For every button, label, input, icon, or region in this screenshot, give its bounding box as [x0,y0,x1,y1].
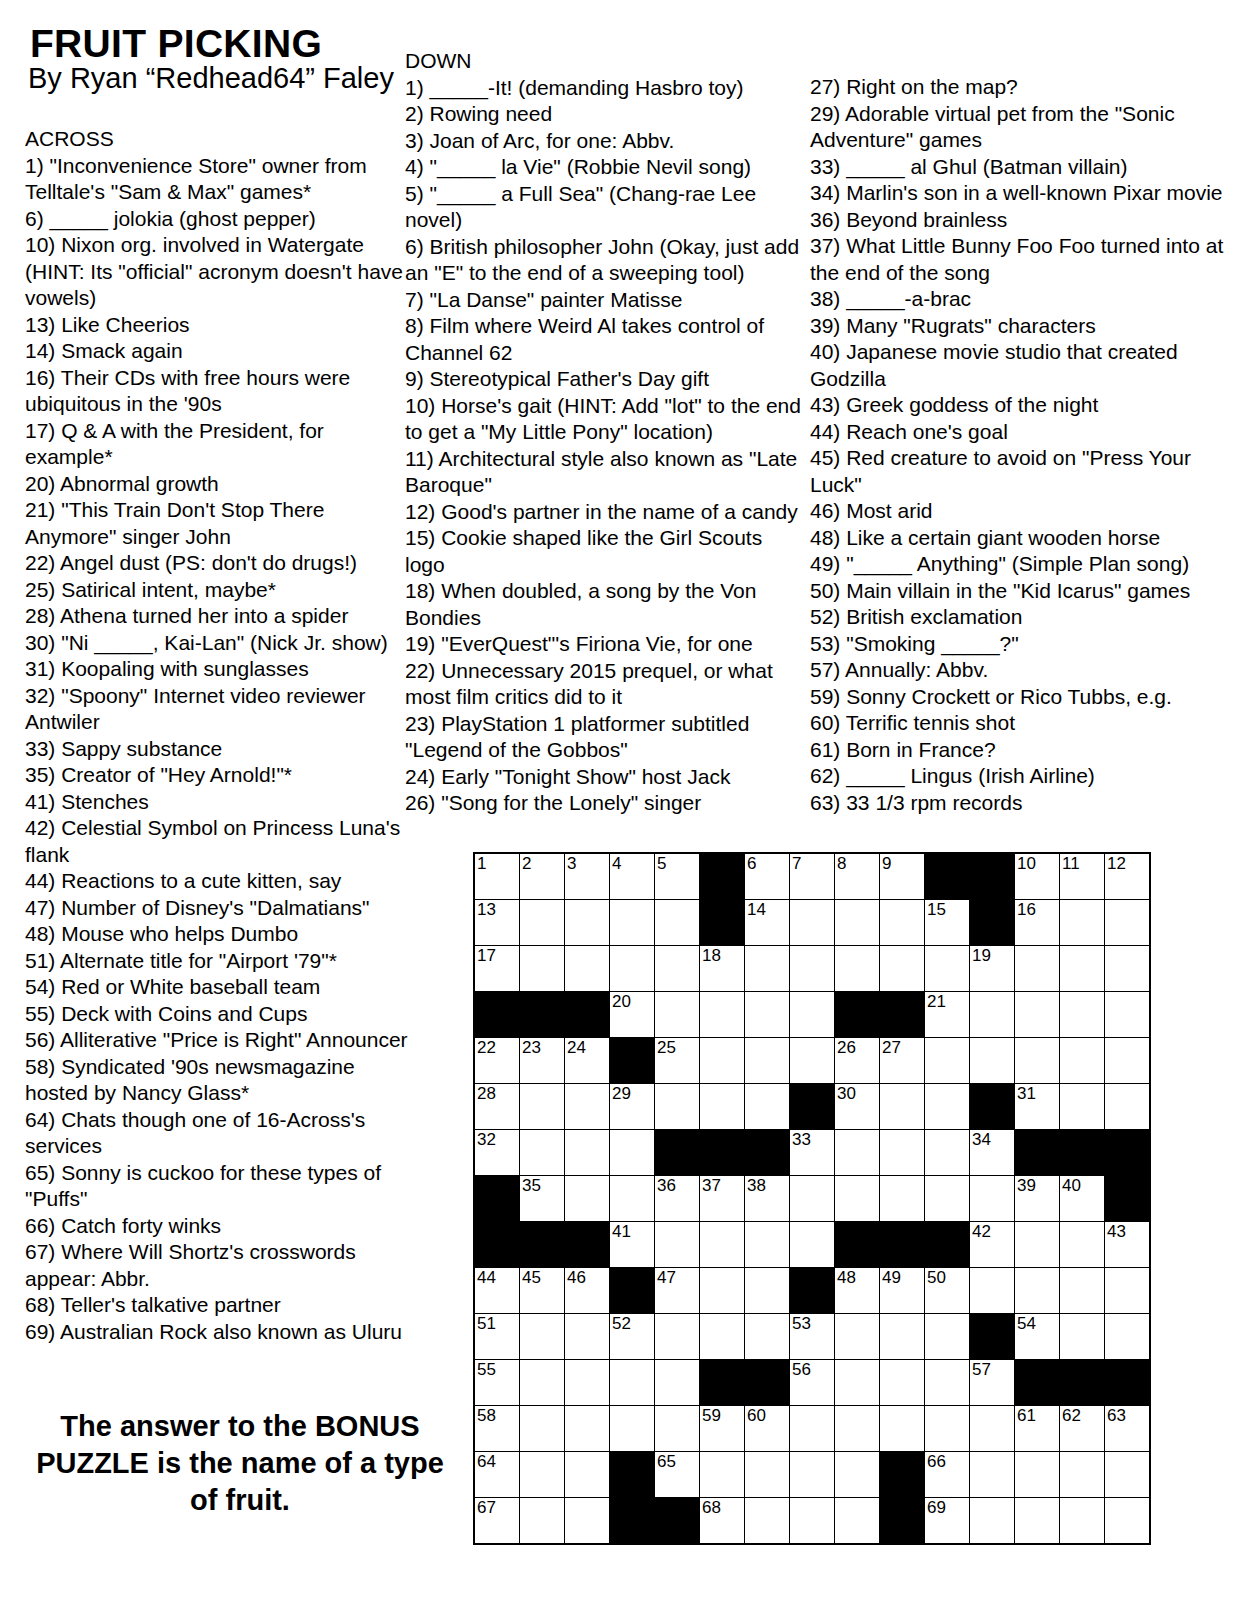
cell-r10c3[interactable]: 46 [565,1268,609,1313]
cell-r13c12[interactable] [970,1406,1014,1451]
cell-r12c3[interactable] [565,1360,609,1405]
cell-r10c6[interactable] [700,1268,744,1313]
cell-r2c2[interactable] [520,900,564,945]
cell-number: 33 [792,1131,811,1149]
cell-number: 59 [702,1407,721,1425]
black-cell-r9c1 [475,1222,519,1267]
black-cell-r1c11 [925,854,969,899]
cell-r10c10[interactable]: 49 [880,1268,924,1313]
clue: 16) Their CDs with free hours were ubiqu… [25,365,417,418]
cell-r4c15[interactable] [1105,992,1149,1037]
cell-number: 31 [1017,1085,1036,1103]
puzzle-title: FRUIT PICKING [30,22,322,66]
crossword-grid: 1234567891011121314151617181920212223242… [473,852,1151,1545]
cell-r8c8[interactable] [790,1176,834,1221]
clue: 61) Born in France? [810,737,1232,764]
cell-r11c2[interactable] [520,1314,564,1359]
across-clues-column: ACROSS 1) "Inconvenience Store" owner fr… [25,126,417,1345]
cell-r11c3[interactable] [565,1314,609,1359]
cell-r3c10[interactable] [880,946,924,991]
cell-r9c6[interactable] [700,1222,744,1267]
cell-r15c2[interactable] [520,1498,564,1543]
black-cell-r12c13 [1015,1360,1059,1405]
cell-r2c3[interactable] [565,900,609,945]
cell-r1c13[interactable]: 10 [1015,854,1059,899]
cell-r5c6[interactable] [700,1038,744,1083]
clue: 42) Celestial Symbol on Princess Luna's … [25,815,417,868]
cell-r8c14[interactable]: 40 [1060,1176,1104,1221]
cell-r8c3[interactable] [565,1176,609,1221]
cell-r14c7[interactable] [745,1452,789,1497]
black-cell-r12c14 [1060,1360,1104,1405]
clue: 50) Main villain in the "Kid Icarus" gam… [810,578,1232,605]
cell-r15c6[interactable]: 68 [700,1498,744,1543]
cell-r6c11[interactable] [925,1084,969,1129]
cell-r15c12[interactable] [970,1498,1014,1543]
cell-r13c14[interactable]: 62 [1060,1406,1104,1451]
cell-r13c8[interactable] [790,1406,834,1451]
cell-number: 56 [792,1361,811,1379]
cell-r5c3[interactable]: 24 [565,1038,609,1083]
cell-r10c15[interactable] [1105,1268,1149,1313]
cell-r2c4[interactable] [610,900,654,945]
clue: 29) Adorable virtual pet from the "Sonic… [810,101,1232,154]
cell-r13c1[interactable]: 58 [475,1406,519,1451]
cell-r7c8[interactable]: 33 [790,1130,834,1175]
clue: 11) Architectural style also known as "L… [405,446,807,499]
cell-r10c12[interactable] [970,1268,1014,1313]
cell-r10c1[interactable]: 44 [475,1268,519,1313]
cell-number: 41 [612,1223,631,1241]
cell-r5c7[interactable] [745,1038,789,1083]
cell-r10c7[interactable] [745,1268,789,1313]
cell-r13c4[interactable] [610,1406,654,1451]
cell-r4c14[interactable] [1060,992,1104,1037]
cell-number: 67 [477,1499,496,1517]
cell-r11c15[interactable] [1105,1314,1149,1359]
cell-r11c11[interactable] [925,1314,969,1359]
cell-r5c11[interactable] [925,1038,969,1083]
cell-r9c13[interactable] [1015,1222,1059,1267]
black-cell-r9c2 [520,1222,564,1267]
cell-number: 19 [972,947,991,965]
cell-r12c1[interactable]: 55 [475,1360,519,1405]
clue: 55) Deck with Coins and Cups [25,1001,417,1028]
black-cell-r4c1 [475,992,519,1037]
cell-r1c15[interactable]: 12 [1105,854,1149,899]
cell-r11c4[interactable]: 52 [610,1314,654,1359]
cell-number: 10 [1017,855,1036,873]
cell-r14c1[interactable]: 64 [475,1452,519,1497]
cell-r5c5[interactable]: 25 [655,1038,699,1083]
cell-r5c10[interactable]: 27 [880,1038,924,1083]
cell-r13c2[interactable] [520,1406,564,1451]
cell-r6c5[interactable] [655,1084,699,1129]
cell-r3c11[interactable] [925,946,969,991]
cell-r6c15[interactable] [1105,1084,1149,1129]
cell-r4c6[interactable] [700,992,744,1037]
cell-r3c2[interactable] [520,946,564,991]
cell-r5c2[interactable]: 23 [520,1038,564,1083]
cell-r12c8[interactable]: 56 [790,1360,834,1405]
cell-r11c6[interactable] [700,1314,744,1359]
clue: 38) _____-a-brac [810,286,1232,313]
cell-r15c9[interactable] [835,1498,879,1543]
clue: 46) Most arid [810,498,1232,525]
clue: 32) "Spoony" Internet video reviewer Ant… [25,683,417,736]
cell-r6c2[interactable] [520,1084,564,1129]
cell-r1c10[interactable]: 9 [880,854,924,899]
cell-r13c3[interactable] [565,1406,609,1451]
cell-r1c4[interactable]: 4 [610,854,654,899]
cell-number: 63 [1107,1407,1126,1425]
cell-r2c8[interactable] [790,900,834,945]
cell-r1c9[interactable]: 8 [835,854,879,899]
clue: 6) _____ jolokia (ghost pepper) [25,206,417,233]
cell-number: 60 [747,1407,766,1425]
cell-r6c7[interactable] [745,1084,789,1129]
clue: 33) _____ al Ghul (Batman villain) [810,154,1232,181]
black-cell-r1c12 [970,854,1014,899]
cell-r9c15[interactable]: 43 [1105,1222,1149,1267]
cell-r11c13[interactable]: 54 [1015,1314,1059,1359]
cell-number: 25 [657,1039,676,1057]
cell-r7c4[interactable] [610,1130,654,1175]
black-cell-r14c10 [880,1452,924,1497]
clue: 6) British philosopher John (Okay, just … [405,234,807,287]
cell-number: 44 [477,1269,496,1287]
black-cell-r9c10 [880,1222,924,1267]
cell-number: 20 [612,993,631,1011]
cell-r8c9[interactable] [835,1176,879,1221]
cell-r3c9[interactable] [835,946,879,991]
cell-r2c9[interactable] [835,900,879,945]
clue: 47) Number of Disney's "Dalmatians" [25,895,417,922]
cell-r2c5[interactable] [655,900,699,945]
cell-r5c15[interactable] [1105,1038,1149,1083]
cell-r3c13[interactable] [1015,946,1059,991]
clue: 23) PlayStation 1 platformer subtitled "… [405,711,807,764]
clue: 69) Australian Rock also known as Uluru [25,1319,417,1346]
cell-r2c10[interactable] [880,900,924,945]
cell-r14c9[interactable] [835,1452,879,1497]
cell-number: 15 [927,901,946,919]
cell-r6c1[interactable]: 28 [475,1084,519,1129]
cell-r1c5[interactable]: 5 [655,854,699,899]
clue: 22) Angel dust (PS: don't do drugs!) [25,550,417,577]
down-clues-list-2: 27) Right on the map?29) Adorable virtua… [810,74,1232,816]
cell-r1c3[interactable]: 3 [565,854,609,899]
cell-r3c5[interactable] [655,946,699,991]
down-clues-list-1: 1) _____-It! (demanding Hasbro toy)2) Ro… [405,75,807,817]
cell-number: 36 [657,1177,676,1195]
cell-r6c3[interactable] [565,1084,609,1129]
cell-number: 58 [477,1407,496,1425]
clue: 14) Smack again [25,338,417,365]
cell-number: 37 [702,1177,721,1195]
cell-r13c11[interactable] [925,1406,969,1451]
cell-r15c15[interactable] [1105,1498,1149,1543]
clue: 15) Cookie shaped like the Girl Scouts l… [405,525,807,578]
cell-r3c15[interactable] [1105,946,1149,991]
cell-number: 24 [567,1039,586,1057]
cell-number: 69 [927,1499,946,1517]
black-cell-r15c10 [880,1498,924,1543]
cell-r6c6[interactable] [700,1084,744,1129]
cell-r7c9[interactable] [835,1130,879,1175]
cell-number: 29 [612,1085,631,1103]
cell-number: 17 [477,947,496,965]
cell-r11c10[interactable] [880,1314,924,1359]
cell-r14c13[interactable] [1015,1452,1059,1497]
cell-number: 68 [702,1499,721,1517]
cell-r6c13[interactable]: 31 [1015,1084,1059,1129]
clue: 57) Annually: Abbv. [810,657,1232,684]
black-cell-r9c3 [565,1222,609,1267]
cell-r13c9[interactable] [835,1406,879,1451]
black-cell-r4c10 [880,992,924,1037]
cell-r8c5[interactable]: 36 [655,1176,699,1221]
cell-r3c4[interactable] [610,946,654,991]
cell-r3c12[interactable]: 19 [970,946,1014,991]
clue: 52) British exclamation [810,604,1232,631]
cell-r15c11[interactable]: 69 [925,1498,969,1543]
cell-r7c3[interactable] [565,1130,609,1175]
black-cell-r1c6 [700,854,744,899]
down-clues-column-1: DOWN 1) _____-It! (demanding Hasbro toy)… [405,48,807,817]
cell-r14c8[interactable] [790,1452,834,1497]
cell-r8c2[interactable]: 35 [520,1176,564,1221]
black-cell-r11c12 [970,1314,1014,1359]
cell-number: 28 [477,1085,496,1103]
cell-number: 27 [882,1039,901,1057]
cell-r10c9[interactable]: 48 [835,1268,879,1313]
clue: 68) Teller's talkative partner [25,1292,417,1319]
clue: 39) Many "Rugrats" characters [810,313,1232,340]
cell-r7c11[interactable] [925,1130,969,1175]
cell-r15c7[interactable] [745,1498,789,1543]
cell-r2c1[interactable]: 13 [475,900,519,945]
cell-r12c12[interactable]: 57 [970,1360,1014,1405]
cell-r5c1[interactable]: 22 [475,1038,519,1083]
cell-r5c12[interactable] [970,1038,1014,1083]
clue: 13) Like Cheerios [25,312,417,339]
cell-r14c5[interactable]: 65 [655,1452,699,1497]
clue: 60) Terrific tennis shot [810,710,1232,737]
cell-number: 11 [1062,855,1080,873]
cell-r8c11[interactable] [925,1176,969,1221]
cell-r6c9[interactable]: 30 [835,1084,879,1129]
cell-r2c15[interactable] [1105,900,1149,945]
cell-r3c8[interactable] [790,946,834,991]
cell-number: 50 [927,1269,946,1287]
cell-r11c8[interactable]: 53 [790,1314,834,1359]
cell-number: 18 [702,947,721,965]
cell-r5c8[interactable] [790,1038,834,1083]
cell-r7c12[interactable]: 34 [970,1130,1014,1175]
cell-number: 48 [837,1269,856,1287]
cell-r6c10[interactable] [880,1084,924,1129]
cell-r6c14[interactable] [1060,1084,1104,1129]
clue: 19) "EverQuest"'s Firiona Vie, for one [405,631,807,658]
cell-r10c14[interactable] [1060,1268,1104,1313]
clue: 1) "Inconvenience Store" owner from Tell… [25,153,417,206]
cell-r2c7[interactable]: 14 [745,900,789,945]
cell-r13c10[interactable] [880,1406,924,1451]
cell-r11c7[interactable] [745,1314,789,1359]
clue: 63) 33 1/3 rpm records [810,790,1232,817]
cell-r15c14[interactable] [1060,1498,1104,1543]
cell-number: 22 [477,1039,496,1057]
cell-r14c14[interactable] [1060,1452,1104,1497]
cell-r9c7[interactable] [745,1222,789,1267]
cell-r6c4[interactable]: 29 [610,1084,654,1129]
cell-r14c12[interactable] [970,1452,1014,1497]
cell-r14c6[interactable] [700,1452,744,1497]
black-cell-r4c2 [520,992,564,1037]
black-cell-r4c3 [565,992,609,1037]
cell-r11c5[interactable] [655,1314,699,1359]
cell-r7c10[interactable] [880,1130,924,1175]
cell-r1c8[interactable]: 7 [790,854,834,899]
cell-number: 8 [837,855,846,873]
cell-r10c2[interactable]: 45 [520,1268,564,1313]
cell-r4c4[interactable]: 20 [610,992,654,1037]
cell-r1c14[interactable]: 11 [1060,854,1104,899]
clue: 5) "_____ a Full Sea" (Chang-rae Lee nov… [405,181,807,234]
cell-r13c5[interactable] [655,1406,699,1451]
cell-r4c8[interactable] [790,992,834,1037]
cell-r8c12[interactable] [970,1176,1014,1221]
cell-r8c6[interactable]: 37 [700,1176,744,1221]
black-cell-r15c5 [655,1498,699,1543]
cell-r3c6[interactable]: 18 [700,946,744,991]
bonus-note: The answer to the BONUS PUZZLE is the na… [35,1408,445,1519]
cell-r14c3[interactable] [565,1452,609,1497]
cell-number: 64 [477,1453,496,1471]
cell-number: 6 [747,855,756,873]
cell-r4c7[interactable] [745,992,789,1037]
cell-r5c13[interactable] [1015,1038,1059,1083]
clue: 53) "Smoking _____?" [810,631,1232,658]
cell-r12c10[interactable] [880,1360,924,1405]
clue: 62) _____ Lingus (Irish Airline) [810,763,1232,790]
cell-r7c1[interactable]: 32 [475,1130,519,1175]
cell-r3c3[interactable] [565,946,609,991]
cell-number: 52 [612,1315,631,1333]
cell-r5c9[interactable]: 26 [835,1038,879,1083]
cell-number: 16 [1017,901,1036,919]
cell-r8c13[interactable]: 39 [1015,1176,1059,1221]
across-header: ACROSS [25,126,417,153]
cell-r15c3[interactable] [565,1498,609,1543]
cell-number: 32 [477,1131,496,1149]
cell-r13c6[interactable]: 59 [700,1406,744,1451]
cell-number: 61 [1017,1407,1036,1425]
cell-r12c11[interactable] [925,1360,969,1405]
cell-r9c14[interactable] [1060,1222,1104,1267]
cell-r14c11[interactable]: 66 [925,1452,969,1497]
cell-r9c12[interactable]: 42 [970,1222,1014,1267]
clue: 20) Abnormal growth [25,471,417,498]
cell-number: 53 [792,1315,811,1333]
cell-r3c14[interactable] [1060,946,1104,991]
cell-number: 43 [1107,1223,1126,1241]
cell-r1c7[interactable]: 6 [745,854,789,899]
cell-r12c5[interactable] [655,1360,699,1405]
cell-r1c1[interactable]: 1 [475,854,519,899]
cell-r15c8[interactable] [790,1498,834,1543]
cell-r13c13[interactable]: 61 [1015,1406,1059,1451]
cell-r10c5[interactable]: 47 [655,1268,699,1313]
cell-r13c7[interactable]: 60 [745,1406,789,1451]
cell-r9c8[interactable] [790,1222,834,1267]
cell-r7c2[interactable] [520,1130,564,1175]
cell-r14c2[interactable] [520,1452,564,1497]
cell-r5c14[interactable] [1060,1038,1104,1083]
cell-r8c7[interactable]: 38 [745,1176,789,1221]
clue: 33) Sappy substance [25,736,417,763]
cell-r15c13[interactable] [1015,1498,1059,1543]
black-cell-r5c4 [610,1038,654,1083]
page: FRUIT PICKING By Ryan “Redhead64” Faley … [0,0,1237,1600]
cell-r13c15[interactable]: 63 [1105,1406,1149,1451]
cell-r11c1[interactable]: 51 [475,1314,519,1359]
cell-r4c13[interactable] [1015,992,1059,1037]
cell-r12c4[interactable] [610,1360,654,1405]
cell-r14c15[interactable] [1105,1452,1149,1497]
cell-r9c4[interactable]: 41 [610,1222,654,1267]
cell-r2c11[interactable]: 15 [925,900,969,945]
cell-r12c9[interactable] [835,1360,879,1405]
cell-number: 26 [837,1039,856,1057]
cell-r4c12[interactable] [970,992,1014,1037]
cell-r15c1[interactable]: 67 [475,1498,519,1543]
cell-r2c14[interactable] [1060,900,1104,945]
cell-r12c2[interactable] [520,1360,564,1405]
cell-number: 1 [477,855,486,873]
cell-number: 5 [657,855,666,873]
cell-r8c4[interactable] [610,1176,654,1221]
cell-r1c2[interactable]: 2 [520,854,564,899]
cell-number: 39 [1017,1177,1036,1195]
cell-number: 38 [747,1177,766,1195]
cell-r11c9[interactable] [835,1314,879,1359]
cell-r3c7[interactable] [745,946,789,991]
cell-r4c11[interactable]: 21 [925,992,969,1037]
cell-number: 46 [567,1269,586,1287]
cell-r3c1[interactable]: 17 [475,946,519,991]
black-cell-r9c11 [925,1222,969,1267]
black-cell-r12c15 [1105,1360,1149,1405]
cell-r9c5[interactable] [655,1222,699,1267]
cell-number: 3 [567,855,576,873]
cell-r2c13[interactable]: 16 [1015,900,1059,945]
black-cell-r7c5 [655,1130,699,1175]
clue: 2) Rowing need [405,101,807,128]
cell-number: 9 [882,855,891,873]
cell-r10c13[interactable] [1015,1268,1059,1313]
clue: 1) _____-It! (demanding Hasbro toy) [405,75,807,102]
cell-r11c14[interactable] [1060,1314,1104,1359]
cell-number: 35 [522,1177,541,1195]
cell-r4c5[interactable] [655,992,699,1037]
cell-number: 66 [927,1453,946,1471]
cell-r10c11[interactable]: 50 [925,1268,969,1313]
clue: 10) Horse's gait (HINT: Add "lot" to the… [405,393,807,446]
cell-number: 14 [747,901,766,919]
cell-r8c10[interactable] [880,1176,924,1221]
